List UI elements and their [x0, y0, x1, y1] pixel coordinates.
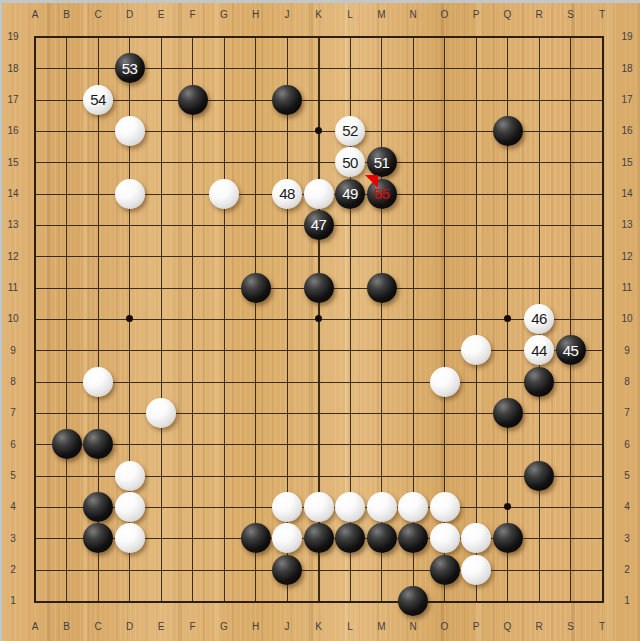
row-labels-right: 19181716151413121110987654321: [616, 21, 638, 616]
move-number: 48: [279, 185, 295, 202]
intersection-K13[interactable]: 47: [303, 209, 335, 240]
star-point-dot: [315, 127, 322, 134]
go-board[interactable]: 535452505148495547464445: [19, 21, 618, 616]
stone-black-R8[interactable]: [524, 367, 554, 397]
stone-black-K11[interactable]: [304, 273, 334, 303]
star-point-dot: [126, 315, 133, 322]
coordinate-label: 16: [616, 115, 638, 146]
intersection-C6[interactable]: [82, 429, 114, 460]
stone-white-O3[interactable]: [430, 523, 460, 553]
intersection-L14[interactable]: 49: [334, 178, 366, 209]
stone-black-J2[interactable]: [272, 555, 302, 585]
intersection-S9[interactable]: 45: [555, 335, 587, 366]
stone-white-R10[interactable]: 46: [524, 304, 554, 334]
intersection-R10[interactable]: 46: [523, 303, 555, 334]
coordinate-label: 17: [616, 84, 638, 115]
move-number: 50: [342, 154, 358, 171]
coordinate-label: O: [429, 8, 461, 22]
stone-white-C17[interactable]: 54: [83, 85, 113, 115]
intersection-O3[interactable]: [429, 523, 461, 554]
stone-black-L14[interactable]: 49: [335, 179, 365, 209]
coordinate-label: 18: [616, 53, 638, 84]
move-number: 44: [531, 342, 547, 359]
coordinate-label: Q: [492, 8, 524, 22]
coordinate-label: 5: [616, 460, 638, 491]
stone-black-C6[interactable]: [83, 429, 113, 459]
intersection-C17[interactable]: 54: [82, 84, 114, 115]
stone-black-H11[interactable]: [241, 273, 271, 303]
intersection-R8[interactable]: [523, 366, 555, 397]
intersection-L15[interactable]: 50: [334, 147, 366, 178]
stone-black-Q7[interactable]: [493, 398, 523, 428]
coordinate-label: H: [240, 8, 272, 22]
intersection-M4[interactable]: [366, 491, 398, 522]
intersection-P9[interactable]: [460, 335, 492, 366]
intersection-N1[interactable]: [397, 585, 429, 616]
intersection-K11[interactable]: [303, 272, 335, 303]
stone-white-K4[interactable]: [304, 492, 334, 522]
coordinate-label: F: [177, 8, 209, 22]
intersection-O8[interactable]: [429, 366, 461, 397]
stone-white-D16[interactable]: [115, 116, 145, 146]
move-number: 53: [122, 60, 138, 77]
coordinate-label: 11: [616, 272, 638, 303]
coordinate-label: J: [271, 620, 303, 634]
intersection-D4[interactable]: [114, 491, 146, 522]
intersection-H11[interactable]: [240, 272, 272, 303]
move-number: 54: [90, 91, 106, 108]
coordinate-label: 6: [616, 429, 638, 460]
intersection-D16[interactable]: [114, 115, 146, 146]
move-number: 51: [374, 154, 390, 171]
stone-black-R5[interactable]: [524, 461, 554, 491]
intersection-M15[interactable]: 51: [366, 147, 398, 178]
coordinate-label: R: [523, 620, 555, 634]
coordinate-label: F: [177, 620, 209, 634]
coordinate-label: B: [51, 620, 83, 634]
intersection-J17[interactable]: [271, 84, 303, 115]
intersection-C8[interactable]: [82, 366, 114, 397]
coordinate-label: L: [334, 8, 366, 22]
stone-black-S9[interactable]: 45: [556, 335, 586, 365]
star-point-Q10: [492, 303, 524, 334]
intersection-H3[interactable]: [240, 523, 272, 554]
coordinate-label: 2: [616, 554, 638, 585]
intersection-L4[interactable]: [334, 491, 366, 522]
stone-black-N3[interactable]: [398, 523, 428, 553]
stone-black-D18[interactable]: 53: [115, 53, 145, 83]
column-labels-top: ABCDEFGHJKLMNOPQRST: [19, 8, 618, 22]
stone-black-C3[interactable]: [83, 523, 113, 553]
stone-white-M4[interactable]: [367, 492, 397, 522]
coordinate-label: M: [366, 620, 398, 634]
coordinate-label: 3: [616, 523, 638, 554]
intersection-D14[interactable]: [114, 178, 146, 209]
intersection-Q16[interactable]: [492, 115, 524, 146]
intersection-L16[interactable]: 52: [334, 115, 366, 146]
intersection-D3[interactable]: [114, 523, 146, 554]
stone-white-R9[interactable]: 44: [524, 335, 554, 365]
intersection-O2[interactable]: [429, 554, 461, 585]
coordinate-label: N: [397, 8, 429, 22]
stone-black-K13[interactable]: 47: [304, 210, 334, 240]
intersection-R5[interactable]: [523, 460, 555, 491]
stone-black-M11[interactable]: [367, 273, 397, 303]
coordinate-label: C: [82, 620, 114, 634]
intersection-C4[interactable]: [82, 491, 114, 522]
intersection-Q3[interactable]: [492, 523, 524, 554]
coordinate-label: A: [19, 620, 51, 634]
stone-black-M15[interactable]: 51: [367, 147, 397, 177]
stone-white-G14[interactable]: [209, 179, 239, 209]
coordinate-label: P: [460, 8, 492, 22]
coordinate-label: G: [208, 620, 240, 634]
stone-black-N1[interactable]: [398, 586, 428, 616]
intersection-F17[interactable]: [177, 84, 209, 115]
intersection-N3[interactable]: [397, 523, 429, 554]
stone-black-K3[interactable]: [304, 523, 334, 553]
coordinate-label: D: [114, 620, 146, 634]
coordinate-label: 1: [616, 585, 638, 616]
intersection-C3[interactable]: [82, 523, 114, 554]
intersection-J2[interactable]: [271, 554, 303, 585]
coordinate-label: S: [555, 620, 587, 634]
star-point-dot: [504, 503, 511, 510]
intersection-N4[interactable]: [397, 491, 429, 522]
stone-black-F17[interactable]: [178, 85, 208, 115]
coordinate-label: P: [460, 620, 492, 634]
stone-black-Q16[interactable]: [493, 116, 523, 146]
coordinate-label: 13: [616, 209, 638, 240]
window-edge-top: [0, 0, 640, 3]
star-point-dot: [504, 315, 511, 322]
coordinate-label: 19: [616, 21, 638, 52]
coordinate-label: M: [366, 8, 398, 22]
coordinate-label: Q: [492, 620, 524, 634]
stone-white-J14[interactable]: 48: [272, 179, 302, 209]
stone-white-D14[interactable]: [115, 179, 145, 209]
intersection-B6[interactable]: [51, 429, 83, 460]
stone-white-L16[interactable]: 52: [335, 116, 365, 146]
stone-black-L3[interactable]: [335, 523, 365, 553]
column-labels-bottom: ABCDEFGHJKLMNOPQRST: [19, 620, 618, 634]
intersection-J3[interactable]: [271, 523, 303, 554]
go-diagram: ABCDEFGHJKLMNOPQRST ABCDEFGHJKLMNOPQRST …: [0, 0, 640, 641]
intersection-M11[interactable]: [366, 272, 398, 303]
stone-white-P9[interactable]: [461, 335, 491, 365]
move-number: 45: [563, 342, 579, 359]
stone-white-D3[interactable]: [115, 523, 145, 553]
intersection-D5[interactable]: [114, 460, 146, 491]
coordinate-label: A: [19, 8, 51, 22]
stone-black-O2[interactable]: [430, 555, 460, 585]
coordinate-label: 12: [616, 241, 638, 272]
stone-white-E7[interactable]: [146, 398, 176, 428]
intersection-Q7[interactable]: [492, 397, 524, 428]
move-number: 49: [342, 185, 358, 202]
intersection-K4[interactable]: [303, 491, 335, 522]
coordinate-label: S: [555, 8, 587, 22]
stone-white-L15[interactable]: 50: [335, 147, 365, 177]
intersection-K3[interactable]: [303, 523, 335, 554]
stone-black-M14[interactable]: 55: [367, 179, 397, 209]
intersection-J14[interactable]: 48: [271, 178, 303, 209]
intersection-M3[interactable]: [366, 523, 398, 554]
coordinate-label: 8: [616, 366, 638, 397]
coordinate-label: 14: [616, 178, 638, 209]
coordinate-label: K: [303, 620, 335, 634]
coordinate-label: N: [397, 620, 429, 634]
coordinate-label: C: [82, 8, 114, 22]
stone-white-L4[interactable]: [335, 492, 365, 522]
stone-black-B6[interactable]: [52, 429, 82, 459]
star-point-K16: [303, 115, 335, 146]
intersection-D18[interactable]: 53: [114, 53, 146, 84]
intersection-J4[interactable]: [271, 491, 303, 522]
coordinate-label: H: [240, 620, 272, 634]
stone-white-J4[interactable]: [272, 492, 302, 522]
stone-white-O4[interactable]: [430, 492, 460, 522]
intersection-E7[interactable]: [145, 397, 177, 428]
intersection-P3[interactable]: [460, 523, 492, 554]
star-point-dot: [315, 315, 322, 322]
intersection-G14[interactable]: [208, 178, 240, 209]
move-number: 55: [374, 185, 390, 202]
coordinate-label: R: [523, 8, 555, 22]
coordinate-label: J: [271, 8, 303, 22]
stone-white-C8[interactable]: [83, 367, 113, 397]
star-point-D10: [114, 303, 146, 334]
stone-black-J17[interactable]: [272, 85, 302, 115]
coordinate-label: 9: [616, 335, 638, 366]
coordinate-label: T: [586, 620, 618, 634]
stone-white-D4[interactable]: [115, 492, 145, 522]
coordinate-label: E: [145, 620, 177, 634]
star-point-K10: [303, 303, 335, 334]
intersection-L3[interactable]: [334, 523, 366, 554]
last-move-marker: [365, 175, 378, 188]
move-number: 52: [342, 122, 358, 139]
stone-black-Q3[interactable]: [493, 523, 523, 553]
stone-black-C4[interactable]: [83, 492, 113, 522]
coordinate-label: O: [429, 620, 461, 634]
coordinate-label: E: [145, 8, 177, 22]
stone-white-N4[interactable]: [398, 492, 428, 522]
coordinate-label: B: [51, 8, 83, 22]
intersection-R9[interactable]: 44: [523, 335, 555, 366]
move-number: 47: [311, 216, 327, 233]
intersection-K14[interactable]: [303, 178, 335, 209]
coordinate-label: G: [208, 8, 240, 22]
stone-white-J3[interactable]: [272, 523, 302, 553]
intersection-O4[interactable]: [429, 491, 461, 522]
stone-white-P2[interactable]: [461, 555, 491, 585]
coordinate-label: K: [303, 8, 335, 22]
coordinate-label: 10: [616, 303, 638, 334]
coordinate-label: T: [586, 8, 618, 22]
stone-black-H3[interactable]: [241, 523, 271, 553]
stone-black-M3[interactable]: [367, 523, 397, 553]
stone-white-K14[interactable]: [304, 179, 334, 209]
coordinate-label: 4: [616, 491, 638, 522]
stone-white-D5[interactable]: [115, 461, 145, 491]
coordinate-label: D: [114, 8, 146, 22]
coordinate-label: L: [334, 620, 366, 634]
stone-white-P3[interactable]: [461, 523, 491, 553]
intersection-P2[interactable]: [460, 554, 492, 585]
star-point-Q4: [492, 491, 524, 522]
coordinate-label: 7: [616, 397, 638, 428]
stone-white-O8[interactable]: [430, 367, 460, 397]
intersection-M14[interactable]: 55: [366, 178, 398, 209]
coordinate-label: 15: [616, 147, 638, 178]
move-number: 46: [531, 310, 547, 327]
